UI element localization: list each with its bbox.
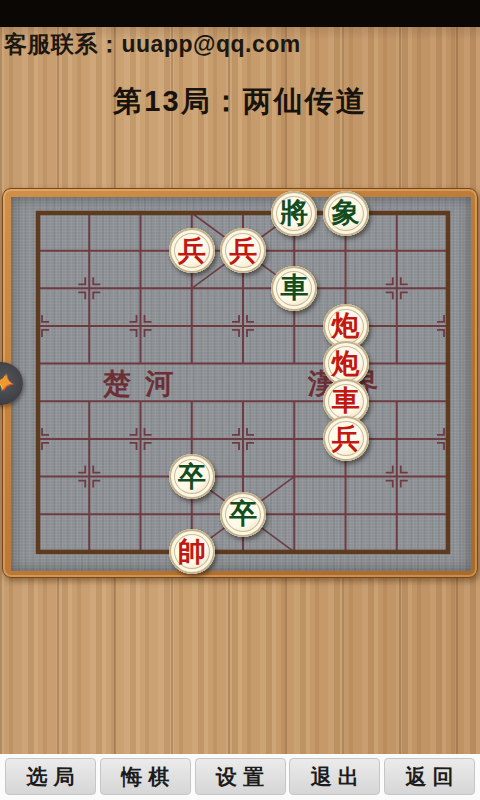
piece-red-soldier[interactable]: 兵 <box>169 228 215 273</box>
piece-green-chariot[interactable]: 車 <box>271 266 317 311</box>
piece-grid: 將象兵兵車炮炮車兵卒卒帥 <box>12 194 473 571</box>
footer-bar: 选局 悔棋 设置 退出 返回 <box>0 754 480 800</box>
xiangqi-board: 楚河 漢界 將象兵兵車炮炮車兵卒卒帥 <box>2 188 478 578</box>
status-bar <box>0 0 480 27</box>
board-felt[interactable]: 楚河 漢界 將象兵兵車炮炮車兵卒卒帥 <box>11 197 471 571</box>
contact-banner[interactable]: 客服联系：uuapp@qq.com <box>4 29 301 60</box>
piece-red-soldier[interactable]: 兵 <box>220 228 266 273</box>
piece-green-elephant[interactable]: 象 <box>323 191 369 236</box>
settings-button[interactable]: 设置 <box>195 758 286 795</box>
exit-button[interactable]: 退出 <box>289 758 380 795</box>
piece-red-general[interactable]: 帥 <box>169 529 215 574</box>
piece-green-soldier[interactable]: 卒 <box>220 492 266 537</box>
piece-red-soldier[interactable]: 兵 <box>323 416 369 461</box>
back-button[interactable]: 返回 <box>384 758 475 795</box>
puzzle-title: 第13局：两仙传道 <box>0 82 480 122</box>
piece-green-soldier[interactable]: 卒 <box>169 454 215 499</box>
select-level-button[interactable]: 选局 <box>5 758 96 795</box>
piece-green-general[interactable]: 將 <box>271 191 317 236</box>
star-flower-icon: ✦ <box>0 366 18 399</box>
app-screen: 客服联系：uuapp@qq.com 第13局：两仙传道 楚河 漢界 將象兵兵車炮… <box>0 0 480 800</box>
undo-move-button[interactable]: 悔棋 <box>100 758 191 795</box>
